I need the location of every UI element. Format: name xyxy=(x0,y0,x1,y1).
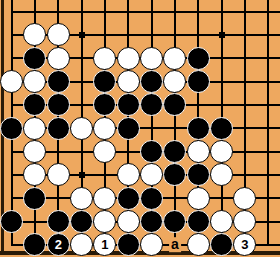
intersection xyxy=(233,117,256,140)
intersection xyxy=(23,23,46,46)
intersection: a xyxy=(163,233,186,256)
white-stone xyxy=(163,70,186,93)
black-stone xyxy=(23,187,46,210)
black-stone xyxy=(210,117,233,140)
white-stone xyxy=(233,187,256,210)
intersection xyxy=(210,163,233,186)
intersection xyxy=(257,140,280,163)
intersection xyxy=(187,93,210,116)
intersection xyxy=(47,140,70,163)
intersection xyxy=(23,0,46,23)
intersection xyxy=(70,0,93,23)
black-stone xyxy=(93,70,116,93)
intersection xyxy=(187,210,210,233)
intersection xyxy=(117,93,140,116)
intersection xyxy=(257,163,280,186)
white-stone-move-1: 1 xyxy=(93,233,116,256)
intersection xyxy=(47,23,70,46)
white-stone xyxy=(47,47,70,70)
intersection xyxy=(0,233,23,256)
intersection xyxy=(0,47,23,70)
white-stone xyxy=(140,233,163,256)
white-stone xyxy=(163,47,186,70)
intersection xyxy=(47,70,70,93)
intersection xyxy=(47,47,70,70)
intersection xyxy=(117,187,140,210)
intersection xyxy=(163,210,186,233)
black-stone xyxy=(163,93,186,116)
intersection xyxy=(70,23,93,46)
intersection xyxy=(187,70,210,93)
white-stone xyxy=(23,23,46,46)
intersection xyxy=(93,187,116,210)
white-stone xyxy=(140,47,163,70)
white-stone xyxy=(23,140,46,163)
intersection xyxy=(70,117,93,140)
white-stone xyxy=(0,70,23,93)
intersection xyxy=(233,140,256,163)
intersection xyxy=(93,47,116,70)
intersection xyxy=(23,70,46,93)
intersection xyxy=(187,140,210,163)
intersection xyxy=(117,70,140,93)
intersection xyxy=(70,140,93,163)
intersection xyxy=(93,23,116,46)
black-stone xyxy=(47,70,70,93)
white-stone xyxy=(210,140,233,163)
black-stone xyxy=(140,70,163,93)
intersection xyxy=(140,187,163,210)
black-stone xyxy=(163,140,186,163)
intersection xyxy=(257,117,280,140)
intersection xyxy=(210,187,233,210)
intersection xyxy=(233,187,256,210)
intersection xyxy=(0,117,23,140)
white-stone xyxy=(140,163,163,186)
black-stone xyxy=(117,187,140,210)
intersection xyxy=(93,163,116,186)
black-stone xyxy=(117,117,140,140)
black-stone xyxy=(47,210,70,233)
intersection xyxy=(47,117,70,140)
white-stone xyxy=(93,210,116,233)
intersection xyxy=(163,93,186,116)
intersection xyxy=(70,93,93,116)
black-stone xyxy=(117,233,140,256)
white-stone xyxy=(117,47,140,70)
intersection xyxy=(70,210,93,233)
white-stone xyxy=(70,117,93,140)
intersection xyxy=(187,117,210,140)
black-stone xyxy=(163,210,186,233)
intersection xyxy=(23,117,46,140)
black-stone xyxy=(140,140,163,163)
white-stone xyxy=(47,163,70,186)
intersection xyxy=(257,47,280,70)
intersection xyxy=(233,163,256,186)
intersection xyxy=(23,93,46,116)
white-stone-move-3: 3 xyxy=(233,233,256,256)
intersection xyxy=(23,210,46,233)
intersection xyxy=(93,93,116,116)
white-stone xyxy=(210,163,233,186)
intersection xyxy=(0,23,23,46)
white-stone xyxy=(70,233,93,256)
intersection xyxy=(23,163,46,186)
intersection xyxy=(93,70,116,93)
black-stone xyxy=(23,233,46,256)
intersection xyxy=(163,140,186,163)
black-stone xyxy=(187,70,210,93)
white-stone xyxy=(23,70,46,93)
intersection xyxy=(163,187,186,210)
intersection xyxy=(23,233,46,256)
intersection: 3 xyxy=(233,233,256,256)
intersection xyxy=(187,187,210,210)
black-stone xyxy=(117,93,140,116)
intersection xyxy=(233,93,256,116)
point-label-a: a xyxy=(169,237,181,252)
black-stone xyxy=(0,117,23,140)
intersection xyxy=(140,233,163,256)
intersection xyxy=(140,140,163,163)
intersection xyxy=(47,93,70,116)
black-stone xyxy=(140,210,163,233)
black-stone xyxy=(140,93,163,116)
white-stone xyxy=(117,163,140,186)
intersection xyxy=(257,187,280,210)
white-stone xyxy=(93,47,116,70)
intersection xyxy=(93,140,116,163)
intersection xyxy=(70,233,93,256)
go-board: 21a3 xyxy=(0,0,280,257)
intersection xyxy=(210,47,233,70)
intersection xyxy=(233,210,256,233)
intersection xyxy=(117,23,140,46)
intersection xyxy=(187,233,210,256)
intersection xyxy=(117,210,140,233)
black-stone xyxy=(23,93,46,116)
intersection xyxy=(93,117,116,140)
intersection xyxy=(47,0,70,23)
intersection xyxy=(163,117,186,140)
intersection xyxy=(140,47,163,70)
intersection xyxy=(117,163,140,186)
black-stone xyxy=(93,93,116,116)
white-stone xyxy=(210,210,233,233)
intersection xyxy=(117,0,140,23)
white-stone xyxy=(93,140,116,163)
intersection: 1 xyxy=(93,233,116,256)
intersection xyxy=(0,210,23,233)
intersection xyxy=(140,117,163,140)
intersection xyxy=(140,163,163,186)
white-stone xyxy=(187,140,210,163)
intersection xyxy=(187,23,210,46)
black-stone xyxy=(187,47,210,70)
intersection xyxy=(140,93,163,116)
black-stone xyxy=(47,93,70,116)
go-diagram: 21a3 xyxy=(0,0,280,257)
intersection xyxy=(257,233,280,256)
intersection xyxy=(117,117,140,140)
intersection xyxy=(163,70,186,93)
intersection xyxy=(163,0,186,23)
intersection xyxy=(70,163,93,186)
intersection xyxy=(47,210,70,233)
intersection xyxy=(257,210,280,233)
intersection xyxy=(0,93,23,116)
black-stone xyxy=(187,210,210,233)
intersection xyxy=(70,70,93,93)
intersection xyxy=(140,70,163,93)
white-stone xyxy=(93,117,116,140)
intersection xyxy=(0,0,23,23)
intersection xyxy=(210,233,233,256)
intersection xyxy=(233,0,256,23)
white-stone xyxy=(187,187,210,210)
intersection xyxy=(140,210,163,233)
black-stone xyxy=(210,233,233,256)
intersection xyxy=(23,187,46,210)
white-stone xyxy=(23,163,46,186)
intersection xyxy=(47,163,70,186)
intersection xyxy=(187,47,210,70)
white-stone xyxy=(47,23,70,46)
intersection xyxy=(233,23,256,46)
white-stone xyxy=(233,210,256,233)
black-stone xyxy=(187,117,210,140)
intersection xyxy=(210,140,233,163)
intersection xyxy=(93,210,116,233)
intersection xyxy=(70,187,93,210)
black-stone xyxy=(140,187,163,210)
intersection xyxy=(0,70,23,93)
intersection xyxy=(0,140,23,163)
intersection xyxy=(210,210,233,233)
intersection xyxy=(117,140,140,163)
intersection: 2 xyxy=(47,233,70,256)
intersection xyxy=(140,23,163,46)
intersection xyxy=(0,163,23,186)
intersection xyxy=(210,23,233,46)
white-stone xyxy=(187,233,210,256)
black-stone xyxy=(163,163,186,186)
white-stone xyxy=(117,210,140,233)
intersection xyxy=(163,163,186,186)
intersection xyxy=(140,0,163,23)
white-stone xyxy=(23,117,46,140)
intersection xyxy=(117,47,140,70)
intersection xyxy=(257,23,280,46)
black-stone xyxy=(0,210,23,233)
intersection xyxy=(210,0,233,23)
black-stone xyxy=(70,210,93,233)
black-stone xyxy=(47,117,70,140)
intersection xyxy=(0,187,23,210)
black-stone-move-2: 2 xyxy=(47,233,70,256)
intersection xyxy=(257,70,280,93)
intersection xyxy=(257,0,280,23)
intersection xyxy=(163,23,186,46)
white-stone xyxy=(117,70,140,93)
intersection xyxy=(117,233,140,256)
intersection xyxy=(257,93,280,116)
intersection xyxy=(93,0,116,23)
intersection xyxy=(187,0,210,23)
intersection xyxy=(210,70,233,93)
black-stone xyxy=(187,163,210,186)
intersection xyxy=(210,93,233,116)
intersection xyxy=(233,70,256,93)
intersection xyxy=(23,47,46,70)
white-stone xyxy=(93,187,116,210)
intersection xyxy=(233,47,256,70)
intersection xyxy=(23,140,46,163)
white-stone xyxy=(70,187,93,210)
intersection xyxy=(47,187,70,210)
intersection xyxy=(187,163,210,186)
black-stone xyxy=(23,47,46,70)
intersection xyxy=(210,117,233,140)
intersection xyxy=(163,47,186,70)
intersection xyxy=(70,47,93,70)
